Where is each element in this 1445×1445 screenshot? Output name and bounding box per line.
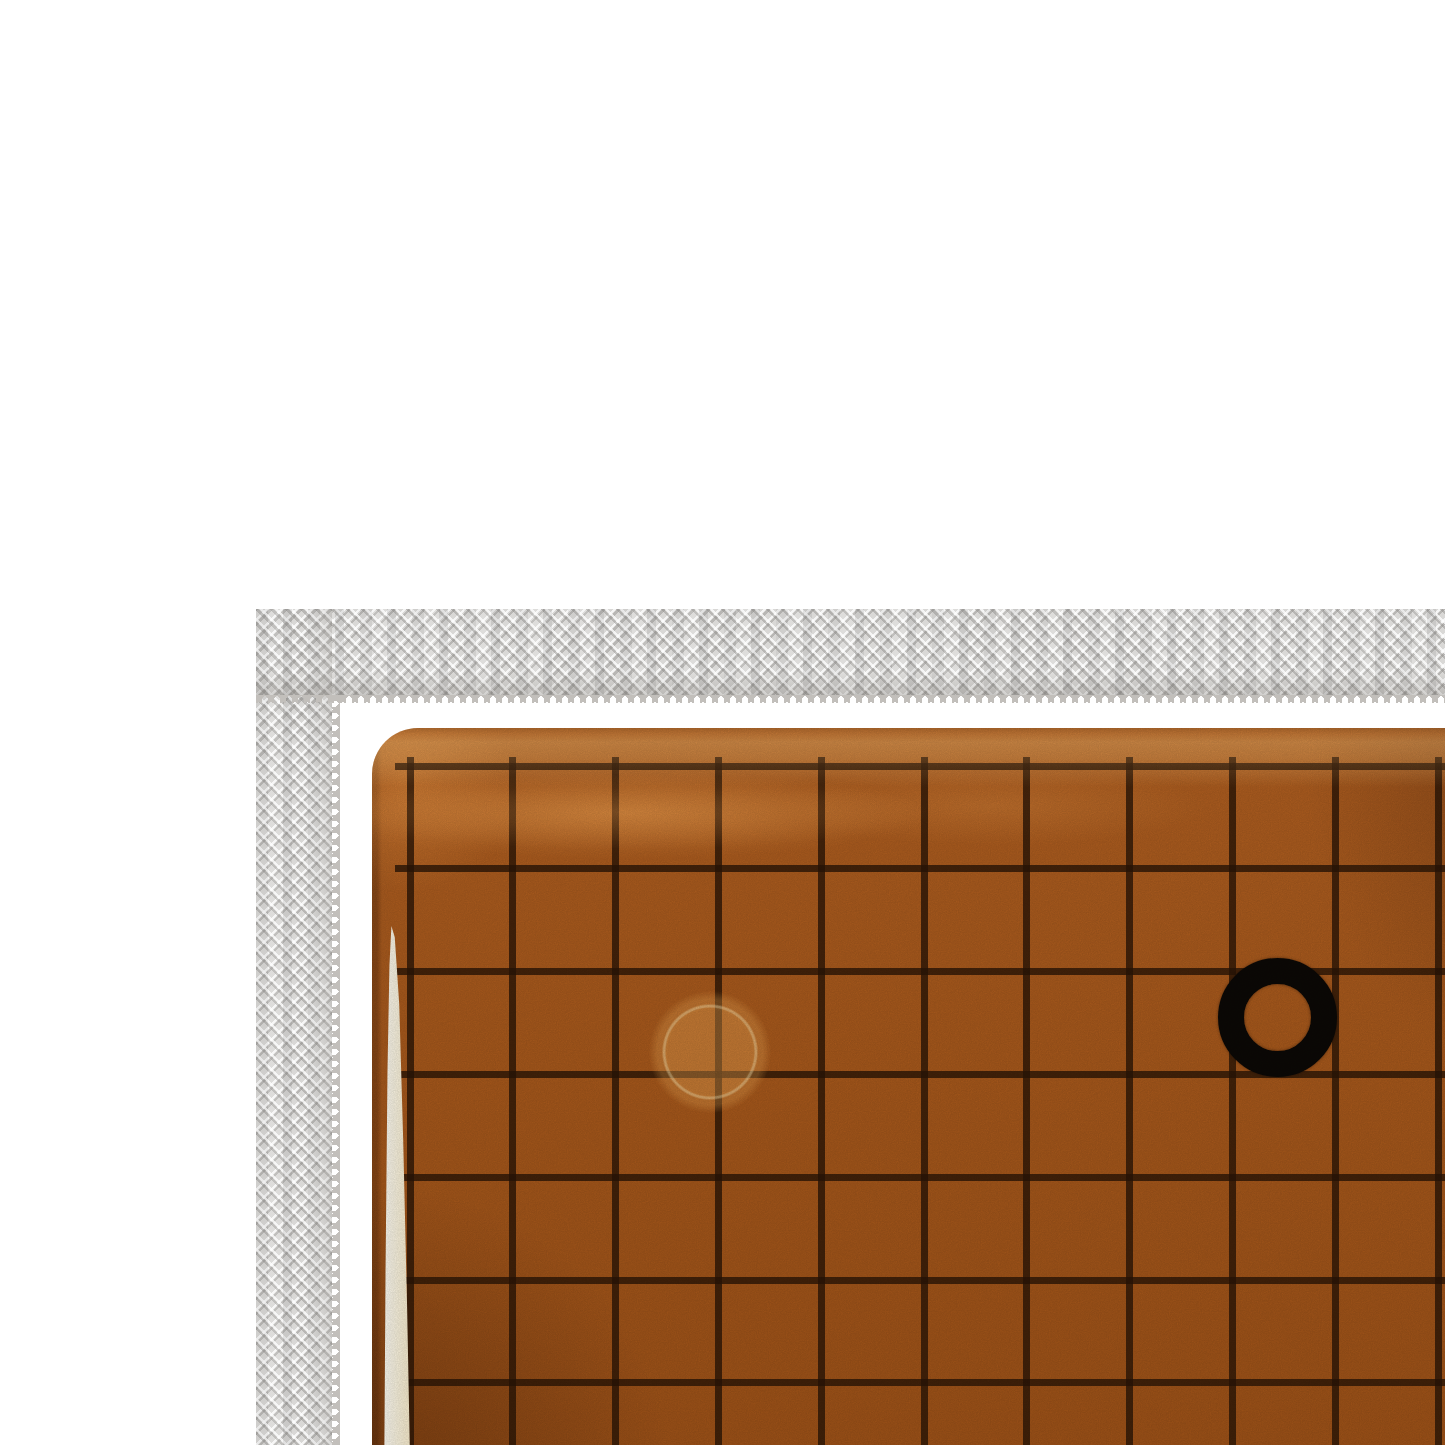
go-board-surface[interactable]: [372, 728, 1445, 1445]
grid-vline: [818, 757, 825, 1445]
grid-vline: [1332, 757, 1339, 1445]
scene: [0, 0, 1445, 1445]
grid-vline: [612, 757, 619, 1445]
wood-grain-texture: [372, 728, 1445, 1445]
ghost-stone-preview: [648, 990, 772, 1114]
black-ring-stone: [1218, 958, 1337, 1077]
mat-fringe-right-edge: [332, 695, 340, 1445]
board-top-sheen: [372, 728, 1445, 848]
mat-inner-shadow-top: [256, 673, 1445, 695]
grid-vline: [1229, 757, 1236, 1445]
mat-inner-shadow-left: [314, 609, 332, 1445]
grid-vline: [921, 757, 928, 1445]
mat-fringe-bottom-edge: [256, 695, 1445, 703]
grid-vline: [509, 757, 516, 1445]
grid-vline: [1126, 757, 1133, 1445]
grid-vline: [1435, 757, 1442, 1445]
grid-vline: [1023, 757, 1030, 1445]
